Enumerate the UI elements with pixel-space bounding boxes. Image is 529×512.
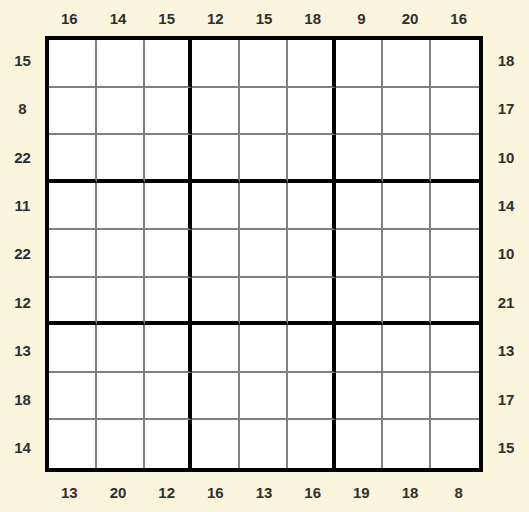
clue-bottom-2: 20 [94, 472, 143, 512]
cell-r6c5[interactable] [240, 278, 288, 326]
top-clues: 16 14 15 12 15 18 9 20 16 [45, 0, 483, 36]
clue-right-1: 18 [483, 36, 529, 84]
cell-r8c8[interactable] [383, 373, 431, 421]
clue-top-2: 14 [94, 0, 143, 36]
cell-r7c6[interactable] [288, 325, 336, 373]
cell-r2c5[interactable] [240, 88, 288, 136]
cell-r3c9[interactable] [431, 135, 479, 183]
clue-top-8: 20 [386, 0, 435, 36]
cell-r7c1[interactable] [49, 325, 97, 373]
clue-left-6: 12 [0, 278, 45, 326]
cell-r3c7[interactable] [336, 135, 384, 183]
cell-r3c5[interactable] [240, 135, 288, 183]
clue-left-4: 11 [0, 181, 45, 229]
cell-r3c6[interactable] [288, 135, 336, 183]
cell-r9c2[interactable] [97, 420, 145, 468]
cell-r9c1[interactable] [49, 420, 97, 468]
clue-right-3: 10 [483, 133, 529, 181]
cell-r1c8[interactable] [383, 40, 431, 88]
cell-r2c9[interactable] [431, 88, 479, 136]
cell-r9c5[interactable] [240, 420, 288, 468]
cell-r6c1[interactable] [49, 278, 97, 326]
cell-r2c8[interactable] [383, 88, 431, 136]
cell-r7c8[interactable] [383, 325, 431, 373]
clue-bottom-6: 16 [288, 472, 337, 512]
cell-r3c1[interactable] [49, 135, 97, 183]
clue-top-6: 18 [288, 0, 337, 36]
clue-bottom-4: 16 [191, 472, 240, 512]
cell-r6c4[interactable] [192, 278, 240, 326]
cell-r1c4[interactable] [192, 40, 240, 88]
cell-r9c3[interactable] [145, 420, 193, 468]
cell-r2c1[interactable] [49, 88, 97, 136]
cell-r9c4[interactable] [192, 420, 240, 468]
cell-r7c5[interactable] [240, 325, 288, 373]
cell-r9c8[interactable] [383, 420, 431, 468]
cell-r4c4[interactable] [192, 183, 240, 231]
clue-left-5: 22 [0, 230, 45, 278]
clue-right-8: 17 [483, 375, 529, 423]
clue-left-2: 8 [0, 84, 45, 132]
cell-r5c7[interactable] [336, 230, 384, 278]
clue-left-3: 22 [0, 133, 45, 181]
clue-bottom-5: 13 [240, 472, 289, 512]
cell-r6c9[interactable] [431, 278, 479, 326]
cell-r6c3[interactable] [145, 278, 193, 326]
cell-r8c3[interactable] [145, 373, 193, 421]
cell-r2c4[interactable] [192, 88, 240, 136]
cell-r5c8[interactable] [383, 230, 431, 278]
cell-r2c2[interactable] [97, 88, 145, 136]
cell-r5c1[interactable] [49, 230, 97, 278]
cell-r3c2[interactable] [97, 135, 145, 183]
clue-bottom-7: 19 [337, 472, 386, 512]
sudoku-board [45, 36, 483, 472]
clue-top-1: 16 [45, 0, 94, 36]
frame-sudoku-puzzle: 16 14 15 12 15 18 9 20 16 15 8 22 11 22 … [0, 0, 529, 512]
cell-r7c3[interactable] [145, 325, 193, 373]
clue-left-1: 15 [0, 36, 45, 84]
cell-r9c9[interactable] [431, 420, 479, 468]
cell-r8c7[interactable] [336, 373, 384, 421]
clue-right-7: 13 [483, 327, 529, 375]
cell-r8c2[interactable] [97, 373, 145, 421]
clue-bottom-3: 12 [142, 472, 191, 512]
cell-r2c7[interactable] [336, 88, 384, 136]
cell-r5c2[interactable] [97, 230, 145, 278]
cell-r1c2[interactable] [97, 40, 145, 88]
cell-r3c4[interactable] [192, 135, 240, 183]
cell-r5c4[interactable] [192, 230, 240, 278]
cell-r6c7[interactable] [336, 278, 384, 326]
clue-top-7: 9 [337, 0, 386, 36]
clue-bottom-8: 18 [386, 472, 435, 512]
cell-r4c5[interactable] [240, 183, 288, 231]
clue-right-5: 10 [483, 230, 529, 278]
cell-r8c4[interactable] [192, 373, 240, 421]
cell-r1c6[interactable] [288, 40, 336, 88]
cell-r5c9[interactable] [431, 230, 479, 278]
clue-right-9: 15 [483, 424, 529, 472]
cell-r7c2[interactable] [97, 325, 145, 373]
cell-r4c3[interactable] [145, 183, 193, 231]
clue-top-4: 12 [191, 0, 240, 36]
cell-r1c3[interactable] [145, 40, 193, 88]
cell-r4c2[interactable] [97, 183, 145, 231]
bottom-clues: 13 20 12 16 13 16 19 18 8 [45, 472, 483, 512]
cell-r8c5[interactable] [240, 373, 288, 421]
cell-r4c6[interactable] [288, 183, 336, 231]
cell-r7c9[interactable] [431, 325, 479, 373]
left-clues: 15 8 22 11 22 12 13 18 14 [0, 36, 45, 472]
cell-r3c8[interactable] [383, 135, 431, 183]
cell-r5c3[interactable] [145, 230, 193, 278]
cell-r7c7[interactable] [336, 325, 384, 373]
clue-left-8: 18 [0, 375, 45, 423]
cell-r6c8[interactable] [383, 278, 431, 326]
clue-right-4: 14 [483, 181, 529, 229]
clue-left-9: 14 [0, 424, 45, 472]
cell-r9c7[interactable] [336, 420, 384, 468]
cell-r8c6[interactable] [288, 373, 336, 421]
clue-bottom-9: 8 [434, 472, 483, 512]
cell-r1c9[interactable] [431, 40, 479, 88]
clue-left-7: 13 [0, 327, 45, 375]
cell-r8c1[interactable] [49, 373, 97, 421]
cell-r4c8[interactable] [383, 183, 431, 231]
cell-r1c5[interactable] [240, 40, 288, 88]
cell-r4c1[interactable] [49, 183, 97, 231]
clue-top-9: 16 [434, 0, 483, 36]
cell-r4c9[interactable] [431, 183, 479, 231]
right-clues: 18 17 10 14 10 21 13 17 15 [483, 36, 529, 472]
clue-top-5: 15 [240, 0, 289, 36]
cell-r4c7[interactable] [336, 183, 384, 231]
clue-right-2: 17 [483, 84, 529, 132]
cell-r9c6[interactable] [288, 420, 336, 468]
cell-r2c6[interactable] [288, 88, 336, 136]
cell-r8c9[interactable] [431, 373, 479, 421]
cell-r7c4[interactable] [192, 325, 240, 373]
cell-r3c3[interactable] [145, 135, 193, 183]
cell-r2c3[interactable] [145, 88, 193, 136]
cell-r6c6[interactable] [288, 278, 336, 326]
clue-top-3: 15 [142, 0, 191, 36]
clue-right-6: 21 [483, 278, 529, 326]
cell-r5c6[interactable] [288, 230, 336, 278]
cell-r1c1[interactable] [49, 40, 97, 88]
clue-bottom-1: 13 [45, 472, 94, 512]
cell-r6c2[interactable] [97, 278, 145, 326]
cell-r5c5[interactable] [240, 230, 288, 278]
cell-r1c7[interactable] [336, 40, 384, 88]
